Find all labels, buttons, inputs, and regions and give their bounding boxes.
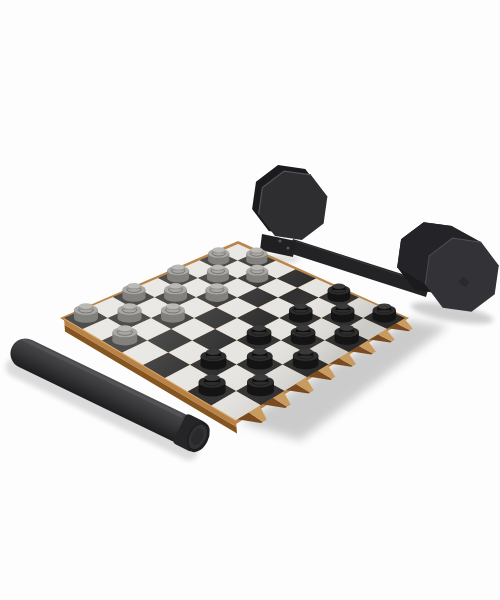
piece-stud-top — [127, 283, 140, 289]
piece-stud-top — [169, 283, 182, 288]
piece-stud-top — [336, 303, 350, 309]
piece-stud-top — [332, 284, 345, 289]
piece-stud-top — [251, 248, 263, 253]
piece-stud-top — [123, 303, 137, 309]
piece-stud-top — [253, 374, 269, 380]
piece-stud-top — [166, 303, 180, 309]
piece-stud-top — [211, 265, 224, 270]
piece-stud-top — [213, 247, 225, 252]
piece-stud-top — [210, 283, 223, 288]
piece-stud-top — [204, 375, 220, 381]
piece-stud-top — [378, 304, 392, 310]
piece-stud-top — [252, 349, 267, 355]
piece-stud-top — [340, 325, 354, 331]
piece-stud-top — [172, 264, 185, 269]
screw-icon — [286, 246, 289, 249]
piece-stud-top — [298, 348, 313, 354]
piece-stud-top — [294, 303, 308, 309]
piece-stud-top — [252, 325, 266, 331]
piece-stud-top — [118, 325, 132, 331]
product-photo-stage — [0, 0, 500, 600]
piece-stud-top — [206, 349, 221, 355]
piece-stud-top — [79, 303, 93, 309]
piece-stud-top — [251, 265, 264, 270]
piece-stud-top — [296, 325, 310, 331]
checkers-set-scene — [0, 0, 500, 600]
screw-icon — [278, 239, 281, 242]
